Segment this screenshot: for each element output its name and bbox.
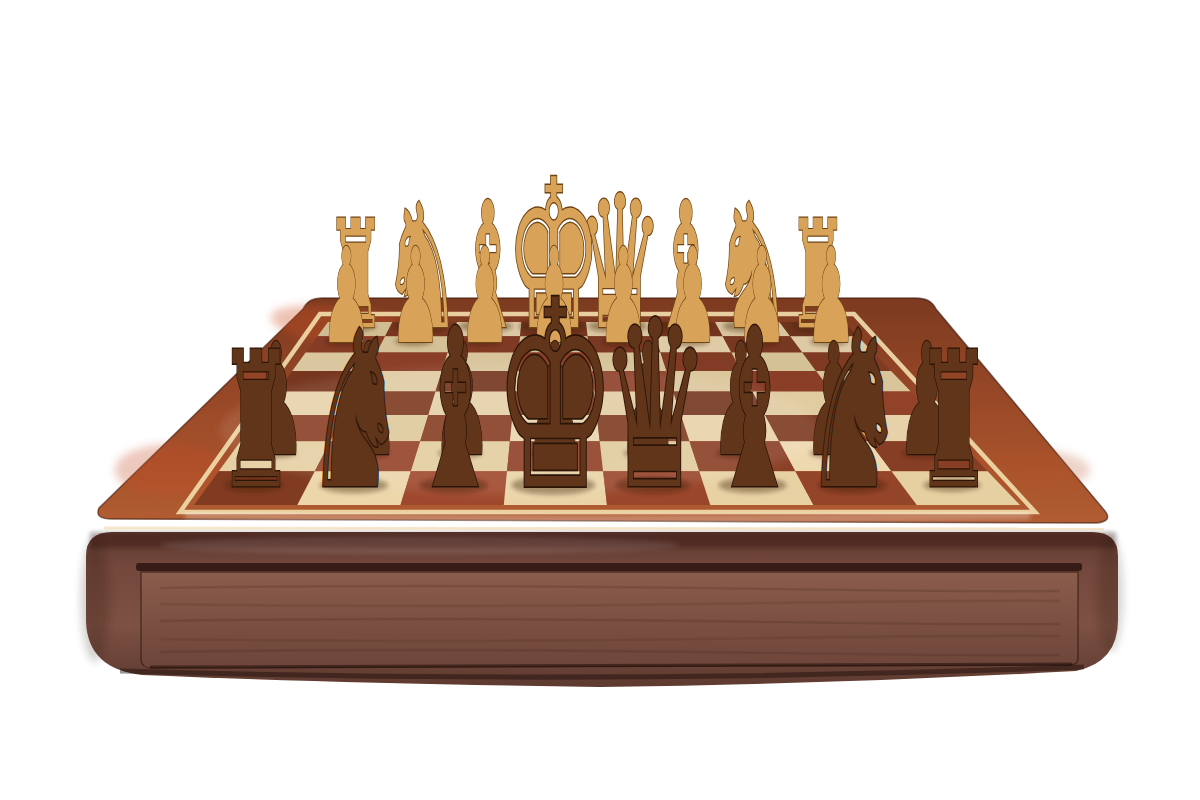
pieces: ♜♞♝♛♚♝♞♜♟♟♟♟♟♟♟♟♟♟♟♟♟♟♟♟♜♞♝♛♚♝♞♜ <box>219 135 992 547</box>
storage-box <box>81 532 1123 687</box>
piece-black-rook-a8[interactable]: ♜ <box>916 311 991 530</box>
piece-black-bishop-f8[interactable]: ♝ <box>412 281 499 538</box>
drawer-groove <box>136 563 1082 571</box>
piece-black-king-e8[interactable]: ♚ <box>494 245 616 547</box>
piece-black-rook-h8[interactable]: ♜ <box>219 311 294 530</box>
chess-scene-canvas: ♜♞♝♛♚♝♞♜♟♟♟♟♟♟♟♟♟♟♟♟♟♟♟♟♜♞♝♛♚♝♞♜ <box>0 0 1200 800</box>
piece-black-knight-g8[interactable]: ♞ <box>305 284 408 537</box>
piece-black-bishop-c8[interactable]: ♝ <box>711 281 798 538</box>
piece-black-knight-b8[interactable]: ♞ <box>803 284 906 537</box>
chess-set-product-photo: ♜♞♝♛♚♝♞♜♟♟♟♟♟♟♟♟♟♟♟♟♟♟♟♟♜♞♝♛♚♝♞♜ <box>0 0 1200 800</box>
